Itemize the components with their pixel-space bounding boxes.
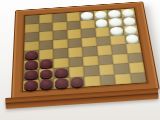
dark-piece-b2[interactable] — [40, 69, 53, 79]
dark-piece-a3[interactable] — [25, 60, 38, 69]
photo-stage — [0, 0, 160, 120]
white-piece-h7[interactable] — [123, 17, 136, 25]
board-frame — [12, 2, 159, 99]
square-a1[interactable] — [23, 79, 38, 91]
square-c1[interactable] — [54, 77, 70, 89]
white-piece-h5[interactable] — [125, 34, 139, 43]
white-piece-h6[interactable] — [124, 25, 137, 33]
square-b1[interactable] — [38, 78, 53, 90]
dark-piece-c1[interactable] — [55, 78, 68, 88]
dark-piece-a4[interactable] — [25, 50, 38, 59]
white-piece-h8[interactable] — [121, 9, 134, 17]
dark-piece-b1[interactable] — [40, 79, 53, 89]
white-piece-g8[interactable] — [108, 10, 121, 18]
dark-piece-a1[interactable] — [24, 80, 37, 90]
dark-piece-a2[interactable] — [24, 70, 37, 80]
dark-piece-b3[interactable] — [40, 59, 53, 68]
square-e1[interactable] — [84, 75, 100, 86]
dark-piece-c2[interactable] — [55, 68, 68, 78]
dark-piece-d1[interactable] — [70, 77, 84, 87]
white-piece-e8[interactable] — [81, 11, 93, 19]
checkers-board — [23, 8, 147, 91]
square-g1[interactable] — [114, 73, 131, 84]
white-piece-f7[interactable] — [95, 19, 108, 27]
square-f1[interactable] — [99, 74, 115, 85]
white-piece-g6[interactable] — [110, 26, 123, 34]
white-piece-f8[interactable] — [94, 11, 107, 19]
white-piece-g7[interactable] — [109, 18, 122, 26]
square-h1[interactable] — [130, 72, 147, 83]
square-d1[interactable] — [69, 76, 85, 88]
